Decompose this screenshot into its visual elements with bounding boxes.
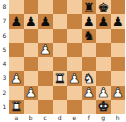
corner-spacer bbox=[0, 114, 9, 122]
square-a2[interactable] bbox=[9, 86, 24, 100]
square-c4[interactable] bbox=[38, 57, 53, 71]
square-e1[interactable] bbox=[67, 100, 82, 114]
square-h1[interactable] bbox=[111, 100, 126, 114]
file-label-c: c bbox=[38, 114, 53, 122]
square-e8[interactable] bbox=[67, 0, 82, 14]
piece-black-pawn[interactable]: ♟ bbox=[112, 15, 124, 28]
rank-label-8: 8 bbox=[0, 0, 9, 14]
rank-label-4: 4 bbox=[0, 57, 9, 71]
square-g3[interactable] bbox=[96, 71, 111, 85]
square-f5[interactable] bbox=[82, 43, 97, 57]
square-a6[interactable] bbox=[9, 29, 24, 43]
square-b2[interactable]: ♟ bbox=[24, 86, 39, 100]
square-f4[interactable] bbox=[82, 57, 97, 71]
piece-black-pawn[interactable]: ♟ bbox=[83, 15, 95, 28]
piece-white-pawn[interactable]: ♟ bbox=[112, 86, 124, 99]
square-d8[interactable] bbox=[53, 0, 68, 14]
square-a5[interactable] bbox=[9, 43, 24, 57]
square-h3[interactable] bbox=[111, 71, 126, 85]
square-b1[interactable] bbox=[24, 100, 39, 114]
square-g1[interactable]: ♚ bbox=[96, 100, 111, 114]
file-label-a: a bbox=[9, 114, 24, 122]
square-e3[interactable]: ♟ bbox=[67, 71, 82, 85]
square-f8[interactable]: ♜ bbox=[82, 0, 97, 14]
rank-labels: 87654321 bbox=[0, 0, 9, 114]
piece-white-knight[interactable]: ♞ bbox=[83, 72, 95, 85]
piece-white-pawn[interactable]: ♟ bbox=[10, 72, 22, 85]
square-b4[interactable] bbox=[24, 57, 39, 71]
piece-white-pawn[interactable]: ♟ bbox=[83, 86, 95, 99]
square-a1[interactable]: ♜ bbox=[9, 100, 24, 114]
file-label-b: b bbox=[24, 114, 39, 122]
square-e4[interactable] bbox=[67, 57, 82, 71]
rank-label-7: 7 bbox=[0, 14, 9, 28]
square-d7[interactable] bbox=[53, 14, 68, 28]
piece-white-pawn[interactable]: ♟ bbox=[25, 86, 37, 99]
square-c3[interactable] bbox=[38, 71, 53, 85]
square-a7[interactable]: ♟ bbox=[9, 14, 24, 28]
square-c1[interactable] bbox=[38, 100, 53, 114]
square-d6[interactable] bbox=[53, 29, 68, 43]
square-d1[interactable] bbox=[53, 100, 68, 114]
square-f3[interactable]: ♞ bbox=[82, 71, 97, 85]
square-d5[interactable] bbox=[53, 43, 68, 57]
file-labels: abcdefgh bbox=[9, 114, 125, 122]
piece-black-rook[interactable]: ♜ bbox=[83, 1, 95, 14]
rank-label-1: 1 bbox=[0, 100, 9, 114]
square-b5[interactable] bbox=[24, 43, 39, 57]
square-b6[interactable] bbox=[24, 29, 39, 43]
square-g2[interactable]: ♟ bbox=[96, 86, 111, 100]
square-f7[interactable]: ♟ bbox=[82, 14, 97, 28]
square-g5[interactable] bbox=[96, 43, 111, 57]
file-label-g: g bbox=[96, 114, 111, 122]
piece-black-pawn[interactable]: ♟ bbox=[25, 15, 37, 28]
chess-diagram: 87654321 ♜♚♟♟♟♟♟♟♞♟♟♜♟♞♟♟♟♟♜♚ abcdefgh bbox=[0, 0, 125, 122]
piece-black-pawn[interactable]: ♟ bbox=[10, 15, 22, 28]
file-label-f: f bbox=[82, 114, 97, 122]
square-e2[interactable] bbox=[67, 86, 82, 100]
piece-white-pawn[interactable]: ♟ bbox=[39, 43, 51, 56]
file-label-d: d bbox=[53, 114, 68, 122]
square-f6[interactable]: ♞ bbox=[82, 29, 97, 43]
rank-label-5: 5 bbox=[0, 43, 9, 57]
square-e7[interactable] bbox=[67, 14, 82, 28]
square-c6[interactable] bbox=[38, 29, 53, 43]
piece-white-pawn[interactable]: ♟ bbox=[97, 86, 109, 99]
square-c8[interactable] bbox=[38, 0, 53, 14]
square-b7[interactable]: ♟ bbox=[24, 14, 39, 28]
square-c7[interactable]: ♟ bbox=[38, 14, 53, 28]
square-h4[interactable] bbox=[111, 57, 126, 71]
piece-black-knight[interactable]: ♞ bbox=[83, 29, 95, 42]
square-h2[interactable]: ♟ bbox=[111, 86, 126, 100]
square-b8[interactable] bbox=[24, 0, 39, 14]
square-d3[interactable]: ♜ bbox=[53, 71, 68, 85]
square-b3[interactable] bbox=[24, 71, 39, 85]
square-g7[interactable]: ♟ bbox=[96, 14, 111, 28]
piece-black-king[interactable]: ♚ bbox=[97, 1, 109, 14]
square-e5[interactable] bbox=[67, 43, 82, 57]
square-c2[interactable] bbox=[38, 86, 53, 100]
piece-white-king[interactable]: ♚ bbox=[97, 100, 109, 113]
piece-white-pawn[interactable]: ♟ bbox=[68, 72, 80, 85]
square-d4[interactable] bbox=[53, 57, 68, 71]
square-a8[interactable] bbox=[9, 0, 24, 14]
piece-white-rook[interactable]: ♜ bbox=[10, 100, 22, 113]
rank-label-6: 6 bbox=[0, 29, 9, 43]
square-f1[interactable] bbox=[82, 100, 97, 114]
file-label-h: h bbox=[111, 114, 126, 122]
square-e6[interactable] bbox=[67, 29, 82, 43]
square-c5[interactable]: ♟ bbox=[38, 43, 53, 57]
square-d2[interactable] bbox=[53, 86, 68, 100]
square-h5[interactable] bbox=[111, 43, 126, 57]
file-label-e: e bbox=[67, 114, 82, 122]
square-f2[interactable]: ♟ bbox=[82, 86, 97, 100]
square-g8[interactable]: ♚ bbox=[96, 0, 111, 14]
square-a3[interactable]: ♟ bbox=[9, 71, 24, 85]
square-h8[interactable] bbox=[111, 0, 126, 14]
square-h6[interactable] bbox=[111, 29, 126, 43]
square-g4[interactable] bbox=[96, 57, 111, 71]
piece-black-pawn[interactable]: ♟ bbox=[39, 15, 51, 28]
piece-black-pawn[interactable]: ♟ bbox=[97, 15, 109, 28]
rank-label-3: 3 bbox=[0, 71, 9, 85]
square-g6[interactable] bbox=[96, 29, 111, 43]
square-h7[interactable]: ♟ bbox=[111, 14, 126, 28]
piece-white-rook[interactable]: ♜ bbox=[54, 72, 66, 85]
chess-board[interactable]: ♜♚♟♟♟♟♟♟♞♟♟♜♟♞♟♟♟♟♜♚ bbox=[9, 0, 125, 114]
rank-label-2: 2 bbox=[0, 86, 9, 100]
square-a4[interactable] bbox=[9, 57, 24, 71]
